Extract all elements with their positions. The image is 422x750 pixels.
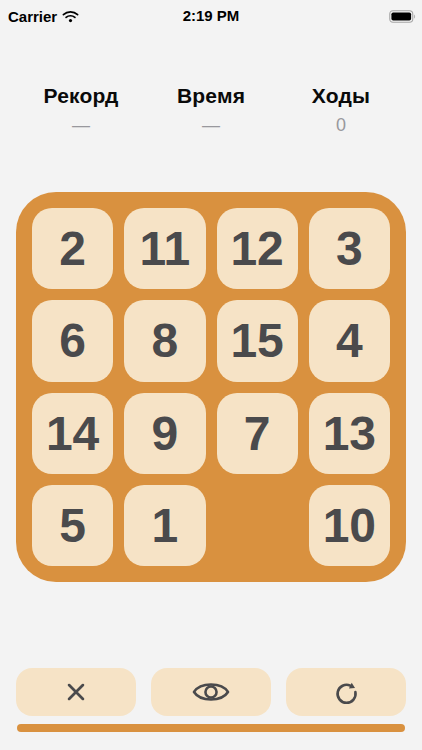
status-bar-right	[389, 10, 417, 23]
stat-time: Время —	[146, 84, 276, 136]
tile-10[interactable]: 10	[309, 485, 390, 566]
carrier-label: Carrier	[8, 8, 57, 25]
wifi-icon	[62, 10, 79, 23]
stat-moves-label: Ходы	[276, 84, 406, 108]
status-bar-left: Carrier	[8, 8, 79, 25]
stat-moves: Ходы 0	[276, 84, 406, 136]
stat-moves-value: 0	[276, 115, 406, 136]
stat-record: Рекорд —	[16, 84, 146, 136]
tile-7[interactable]: 7	[217, 393, 298, 474]
toolbar	[16, 668, 406, 716]
tile-9[interactable]: 9	[124, 393, 205, 474]
stat-time-value: —	[146, 115, 276, 136]
tile-12[interactable]: 12	[217, 208, 298, 289]
board: 211123681541497135110	[16, 192, 406, 582]
tile-14[interactable]: 14	[32, 393, 113, 474]
restart-button[interactable]	[286, 668, 406, 716]
tile-11[interactable]: 11	[124, 208, 205, 289]
stat-time-label: Время	[146, 84, 276, 108]
tile-5[interactable]: 5	[32, 485, 113, 566]
battery-icon	[389, 10, 417, 23]
refresh-icon	[333, 679, 360, 706]
tile-6[interactable]: 6	[32, 300, 113, 381]
peek-button[interactable]	[151, 668, 271, 716]
close-button[interactable]	[16, 668, 136, 716]
tile-4[interactable]: 4	[309, 300, 390, 381]
home-indicator[interactable]	[17, 724, 405, 732]
tile-15[interactable]: 15	[217, 300, 298, 381]
tile-1[interactable]: 1	[124, 485, 205, 566]
eye-icon	[192, 679, 230, 705]
x-icon	[63, 679, 89, 705]
stat-record-value: —	[16, 115, 146, 136]
tile-2[interactable]: 2	[32, 208, 113, 289]
tile-13[interactable]: 13	[309, 393, 390, 474]
stat-record-label: Рекорд	[16, 84, 146, 108]
stats-row: Рекорд — Время — Ходы 0	[16, 84, 406, 136]
tile-3[interactable]: 3	[309, 208, 390, 289]
status-bar: Carrier 2:19 PM	[0, 0, 422, 26]
empty-cell	[217, 485, 298, 566]
tile-8[interactable]: 8	[124, 300, 205, 381]
status-bar-time: 2:19 PM	[183, 7, 240, 24]
